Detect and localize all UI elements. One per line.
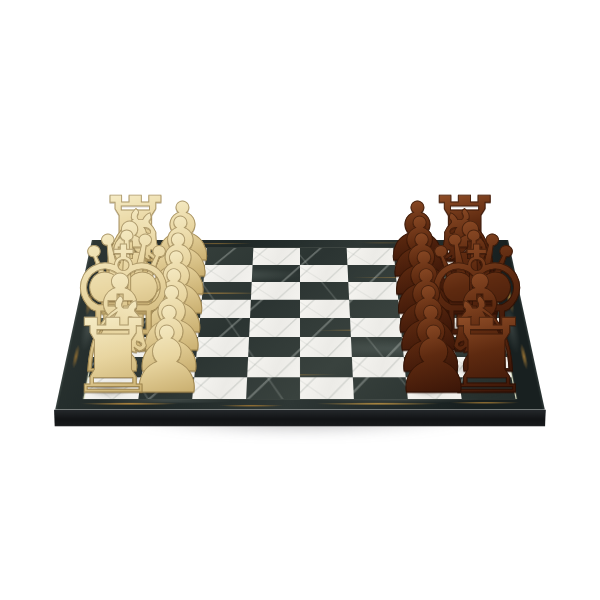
pawn-glyph: ♟ (392, 315, 474, 407)
square-e4[interactable] (249, 318, 300, 337)
square-h4[interactable] (246, 377, 300, 398)
square-d5[interactable] (300, 300, 350, 318)
square-f5[interactable] (300, 337, 352, 357)
square-e5[interactable] (300, 318, 351, 337)
square-b5[interactable] (300, 265, 348, 282)
rook-glyph: ♜ (67, 306, 159, 408)
square-f4[interactable] (248, 337, 300, 357)
square-a5[interactable] (300, 248, 347, 265)
square-c4[interactable] (251, 282, 300, 300)
square-b4[interactable] (252, 265, 300, 282)
square-h5[interactable] (300, 377, 354, 398)
square-g5[interactable] (300, 357, 353, 378)
square-d4[interactable] (250, 300, 300, 318)
square-c5[interactable] (300, 282, 349, 300)
square-a4[interactable] (253, 248, 300, 265)
square-g4[interactable] (247, 357, 300, 378)
